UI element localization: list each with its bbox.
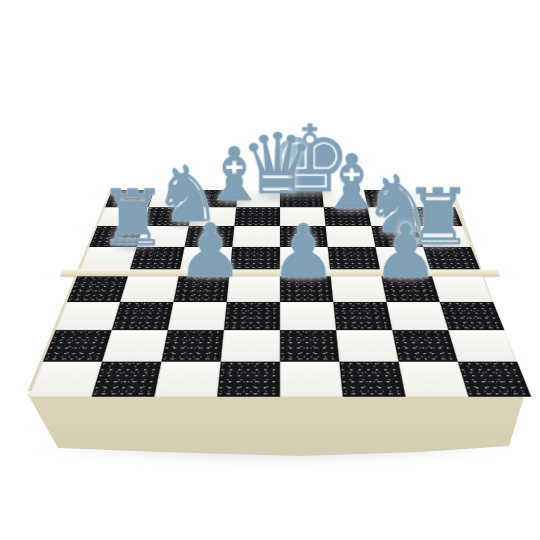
square-b1[interactable]	[92, 362, 162, 397]
square-h1[interactable]	[458, 362, 531, 397]
square-a2[interactable]	[43, 330, 112, 361]
square-c3[interactable]	[168, 302, 227, 330]
piece-rook-a5[interactable]: ♜	[98, 179, 168, 257]
square-a4[interactable]	[67, 276, 128, 302]
square-b3[interactable]	[112, 302, 174, 330]
square-d3[interactable]	[224, 302, 280, 330]
square-h4[interactable]	[432, 276, 493, 302]
piece-pawn-c4[interactable]: ♟	[177, 213, 243, 287]
square-c2[interactable]	[161, 330, 223, 361]
square-d2[interactable]	[221, 330, 280, 361]
product-photo: Overhead-angle product photo of a handma…	[0, 0, 540, 540]
square-f2[interactable]	[336, 330, 398, 361]
piece-pawn-e4[interactable]: ♟	[270, 215, 337, 289]
square-b4[interactable]	[120, 276, 178, 302]
square-f3[interactable]	[333, 302, 392, 330]
square-h3[interactable]	[440, 302, 505, 330]
square-e1[interactable]	[280, 362, 343, 397]
square-d1[interactable]	[217, 362, 280, 397]
square-a1[interactable]	[29, 362, 102, 397]
square-b2[interactable]	[102, 330, 168, 361]
square-g1[interactable]	[399, 362, 469, 397]
board-rank-3	[56, 302, 505, 330]
piece-pawn-g4[interactable]: ♟	[372, 215, 439, 289]
square-g2[interactable]	[392, 330, 458, 361]
square-h2[interactable]	[448, 330, 517, 361]
square-f1[interactable]	[339, 362, 405, 397]
square-c1[interactable]	[154, 362, 220, 397]
square-a3[interactable]	[56, 302, 121, 330]
board-rank-1	[29, 362, 532, 397]
square-e2[interactable]	[280, 330, 339, 361]
square-g3[interactable]	[387, 302, 449, 330]
board-rank-2	[43, 330, 517, 361]
square-e3[interactable]	[280, 302, 336, 330]
